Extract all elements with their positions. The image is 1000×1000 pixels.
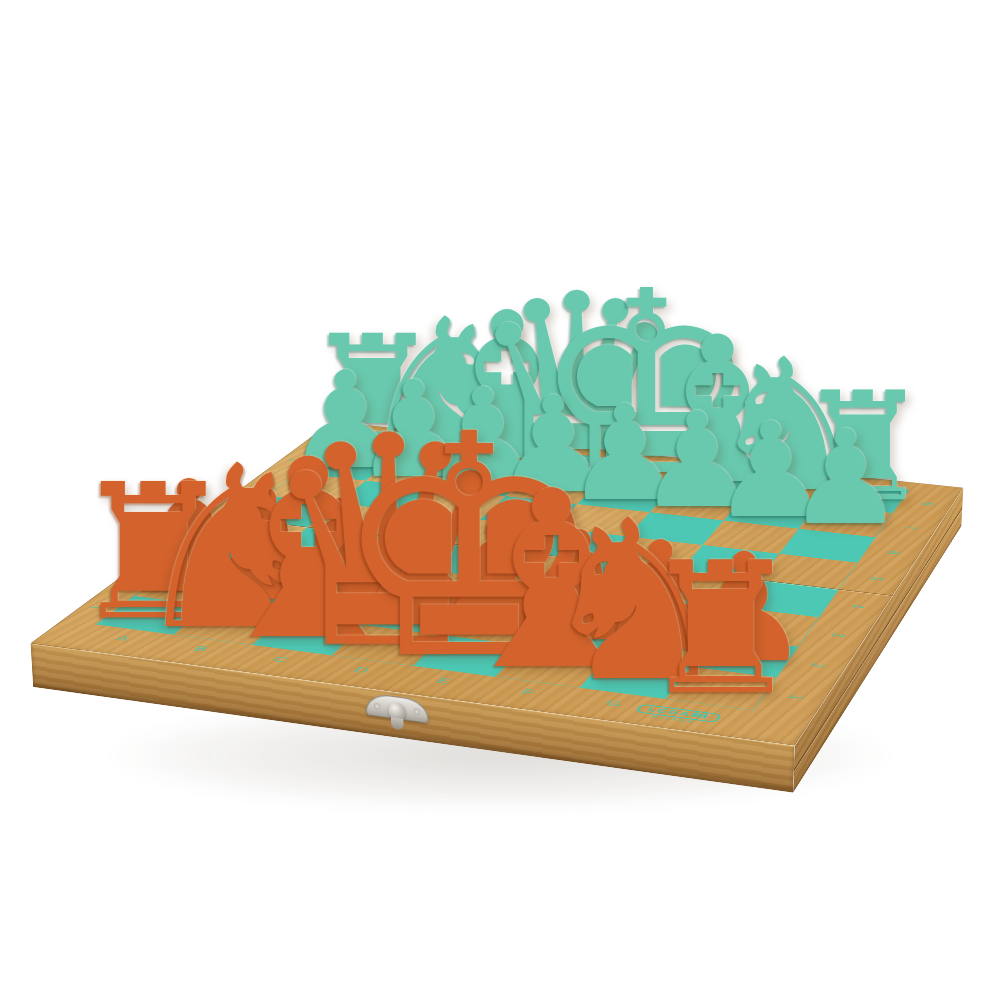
square-f2 — [525, 616, 633, 656]
square-d2 — [365, 597, 474, 635]
chess-box-product-photo: A11B22C33D44E55F66G77H88 LEGAMI MILANO — [0, 0, 1000, 1000]
file-label-b: B — [190, 645, 211, 654]
rank-label-right-2: 2 — [805, 662, 829, 669]
square-e3 — [473, 579, 578, 616]
square-f1 — [496, 646, 607, 688]
rank-label-right-8: 8 — [916, 502, 937, 507]
rank-label-left-3: 3 — [159, 551, 182, 557]
square-h3 — [715, 607, 819, 646]
clasp-screw-right — [414, 708, 420, 715]
rank-label-right-6: 6 — [882, 550, 904, 556]
rank-label-left-4: 4 — [193, 526, 215, 531]
rank-label-right-1: 1 — [783, 694, 808, 701]
file-label-e: E — [434, 677, 455, 687]
rank-label-right-5: 5 — [864, 576, 886, 582]
metal-clasp-icon — [363, 690, 430, 740]
square-g2 — [607, 626, 715, 666]
square-b1 — [174, 606, 287, 645]
square-d3 — [396, 570, 502, 607]
rank-label-left-8: 8 — [314, 437, 334, 441]
file-label-g: G — [603, 699, 625, 709]
brand-name: LEGAMI — [635, 704, 722, 723]
square-f3 — [552, 588, 657, 626]
square-f4 — [578, 562, 680, 598]
square-c3 — [319, 561, 425, 597]
rank-label-left-2: 2 — [123, 577, 146, 583]
square-e2 — [444, 606, 552, 645]
board-perspective-wrapper: A11B22C33D44E55F66G77H88 LEGAMI MILANO — [165, 195, 895, 925]
rank-label-left-5: 5 — [225, 503, 246, 508]
rank-label-left-7: 7 — [286, 458, 307, 463]
file-label-c: C — [270, 655, 292, 664]
square-c2 — [287, 587, 396, 625]
wooden-chess-box: A11B22C33D44E55F66G77H88 LEGAMI MILANO — [31, 421, 964, 745]
clasp-tab — [391, 717, 404, 730]
square-h2 — [691, 636, 798, 677]
clasp-screw-left — [374, 703, 380, 710]
file-label-d: D — [351, 666, 373, 676]
square-e1 — [413, 635, 525, 676]
square-g1 — [580, 656, 691, 699]
file-label-h: H — [691, 710, 712, 720]
rank-label-left-1: 1 — [86, 605, 110, 611]
square-c1 — [252, 615, 364, 655]
file-label-f: F — [519, 688, 538, 698]
square-a1 — [97, 596, 210, 634]
square-d1 — [332, 625, 444, 665]
rank-label-right-7: 7 — [900, 525, 921, 530]
rank-label-right-4: 4 — [846, 603, 869, 609]
square-h4 — [737, 580, 838, 617]
rank-label-right-3: 3 — [826, 632, 850, 638]
square-g4 — [657, 571, 759, 608]
square-h1 — [666, 667, 776, 710]
square-g3 — [633, 598, 737, 636]
file-label-a: A — [112, 634, 134, 643]
square-a2 — [134, 569, 244, 606]
rank-label-left-6: 6 — [256, 480, 277, 485]
square-b2 — [210, 578, 319, 615]
